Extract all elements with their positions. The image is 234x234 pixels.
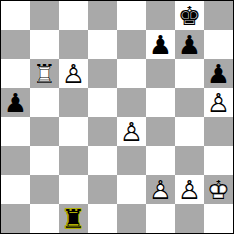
square-a8[interactable] [1, 1, 30, 30]
square-g2[interactable]: ♟♙ [175, 175, 204, 204]
black-piece-glyph: ♜ [59, 204, 88, 233]
square-f6[interactable] [146, 59, 175, 88]
square-f2[interactable]: ♟♙ [146, 175, 175, 204]
square-c4[interactable] [59, 117, 88, 146]
square-e7[interactable] [117, 30, 146, 59]
piece-white-pawn[interactable]: ♟♙ [204, 88, 233, 117]
piece-black-king[interactable]: ♚ [175, 1, 204, 30]
white-piece-outline-glyph: ♙ [204, 88, 233, 117]
square-c8[interactable] [59, 1, 88, 30]
square-g5[interactable] [175, 88, 204, 117]
piece-white-pawn[interactable]: ♟♙ [59, 59, 88, 88]
square-h8[interactable] [204, 1, 233, 30]
square-a1[interactable] [1, 204, 30, 233]
square-d7[interactable] [88, 30, 117, 59]
square-g7[interactable]: ♟ [175, 30, 204, 59]
piece-white-pawn[interactable]: ♟♙ [146, 175, 175, 204]
piece-black-pawn[interactable]: ♟ [1, 88, 30, 117]
square-f3[interactable] [146, 146, 175, 175]
square-c3[interactable] [59, 146, 88, 175]
square-g8[interactable]: ♚ [175, 1, 204, 30]
black-piece-glyph: ♟ [204, 59, 233, 88]
square-h7[interactable] [204, 30, 233, 59]
square-d1[interactable] [88, 204, 117, 233]
piece-white-pawn[interactable]: ♟♙ [175, 175, 204, 204]
white-piece-outline-glyph: ♙ [59, 59, 88, 88]
square-b7[interactable] [30, 30, 59, 59]
square-b1[interactable] [30, 204, 59, 233]
square-d3[interactable] [88, 146, 117, 175]
square-b6[interactable]: ♜♖ [30, 59, 59, 88]
square-e4[interactable]: ♟♙ [117, 117, 146, 146]
black-piece-glyph: ♟ [175, 30, 204, 59]
piece-black-pawn[interactable]: ♟ [146, 30, 175, 59]
piece-white-rook[interactable]: ♜♖ [30, 59, 59, 88]
square-e8[interactable] [117, 1, 146, 30]
square-h1[interactable] [204, 204, 233, 233]
square-a6[interactable] [1, 59, 30, 88]
white-piece-outline-glyph: ♙ [117, 117, 146, 146]
square-e6[interactable] [117, 59, 146, 88]
square-a7[interactable] [1, 30, 30, 59]
square-c5[interactable] [59, 88, 88, 117]
square-c1[interactable]: ♜ [59, 204, 88, 233]
square-h4[interactable] [204, 117, 233, 146]
black-piece-glyph: ♟ [146, 30, 175, 59]
square-b8[interactable] [30, 1, 59, 30]
black-piece-glyph: ♚ [175, 1, 204, 30]
square-a3[interactable] [1, 146, 30, 175]
piece-black-pawn[interactable]: ♟ [204, 59, 233, 88]
square-c7[interactable] [59, 30, 88, 59]
square-h2[interactable]: ♚♔ [204, 175, 233, 204]
square-f7[interactable]: ♟ [146, 30, 175, 59]
square-d2[interactable] [88, 175, 117, 204]
square-g6[interactable] [175, 59, 204, 88]
square-h3[interactable] [204, 146, 233, 175]
square-a2[interactable] [1, 175, 30, 204]
square-g4[interactable] [175, 117, 204, 146]
square-d6[interactable] [88, 59, 117, 88]
square-f5[interactable] [146, 88, 175, 117]
square-e1[interactable] [117, 204, 146, 233]
white-piece-outline-glyph: ♙ [175, 175, 204, 204]
square-b5[interactable] [30, 88, 59, 117]
black-piece-glyph: ♟ [1, 88, 30, 117]
piece-black-pawn[interactable]: ♟ [175, 30, 204, 59]
square-d4[interactable] [88, 117, 117, 146]
square-g1[interactable] [175, 204, 204, 233]
square-e2[interactable] [117, 175, 146, 204]
white-piece-outline-glyph: ♙ [146, 175, 175, 204]
square-a5[interactable]: ♟ [1, 88, 30, 117]
square-b2[interactable] [30, 175, 59, 204]
square-c2[interactable] [59, 175, 88, 204]
square-c6[interactable]: ♟♙ [59, 59, 88, 88]
white-piece-outline-glyph: ♔ [204, 175, 233, 204]
square-e3[interactable] [117, 146, 146, 175]
chess-board-frame: ♚♟♟♜♖♟♙♟♟♟♙♟♙♟♙♟♙♚♔♜ [0, 0, 234, 234]
square-a4[interactable] [1, 117, 30, 146]
square-b4[interactable] [30, 117, 59, 146]
square-f4[interactable] [146, 117, 175, 146]
square-h5[interactable]: ♟♙ [204, 88, 233, 117]
piece-white-king[interactable]: ♚♔ [204, 175, 233, 204]
square-f8[interactable] [146, 1, 175, 30]
piece-white-pawn[interactable]: ♟♙ [117, 117, 146, 146]
white-piece-outline-glyph: ♖ [30, 59, 59, 88]
square-d8[interactable] [88, 1, 117, 30]
square-e5[interactable] [117, 88, 146, 117]
chess-board: ♚♟♟♜♖♟♙♟♟♟♙♟♙♟♙♟♙♚♔♜ [1, 1, 233, 233]
square-h6[interactable]: ♟ [204, 59, 233, 88]
square-b3[interactable] [30, 146, 59, 175]
square-f1[interactable] [146, 204, 175, 233]
piece-black-rook[interactable]: ♜ [59, 204, 88, 233]
square-d5[interactable] [88, 88, 117, 117]
square-g3[interactable] [175, 146, 204, 175]
